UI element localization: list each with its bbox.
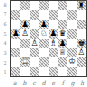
square-e8[interactable]	[49, 1, 58, 10]
file-labels: abcdefgh	[10, 77, 87, 87]
square-g5[interactable]	[67, 29, 76, 38]
file-label-c: c	[29, 77, 39, 87]
file-label-g: g	[68, 77, 78, 87]
square-f7[interactable]	[58, 10, 67, 19]
chess-board: ♜♜♟♟♟♟♟♟♟♙♞♘♟♟♛♛♟♙♝♗♟♟♚♚♛♕♟♙♜♖♚♔	[10, 0, 87, 77]
white-king-glyph: ♔	[68, 57, 76, 66]
square-b5[interactable]: ♟♙	[20, 29, 29, 38]
square-d2[interactable]	[39, 57, 48, 66]
piece-white-bishop[interactable]: ♝♗	[49, 39, 58, 48]
black-rook-glyph: ♜	[77, 1, 85, 10]
piece-white-king[interactable]: ♚♔	[67, 57, 76, 66]
square-f2[interactable]	[58, 57, 67, 66]
white-knight-glyph: ♘	[40, 29, 48, 38]
white-pawn-glyph: ♙	[30, 39, 38, 48]
square-b4[interactable]	[20, 39, 29, 48]
black-queen-glyph: ♛	[59, 29, 67, 38]
square-d4[interactable]	[39, 39, 48, 48]
square-f8[interactable]	[58, 1, 67, 10]
square-f1[interactable]	[58, 67, 67, 76]
file-label-b: b	[20, 77, 30, 87]
piece-black-pawn[interactable]: ♟♟	[11, 29, 20, 38]
file-label-f: f	[58, 77, 68, 87]
file-label-a: a	[10, 77, 20, 87]
board-with-rank-labels: 87654321 ♜♜♟♟♟♟♟♟♟♙♞♘♟♟♛♛♟♙♝♗♟♟♚♚♛♕♟♙♜♖♚…	[0, 0, 87, 77]
piece-white-pawn[interactable]: ♟♙	[30, 39, 39, 48]
square-g6[interactable]	[67, 20, 76, 29]
rank-label-2: 2	[0, 58, 10, 68]
square-g4[interactable]	[67, 39, 76, 48]
chess-diagram: 87654321 ♜♜♟♟♟♟♟♟♟♙♞♘♟♟♛♛♟♙♝♗♟♟♚♚♛♕♟♙♜♖♚…	[0, 0, 87, 87]
file-label-h: h	[77, 77, 87, 87]
square-h6[interactable]	[77, 20, 86, 29]
rank-label-5: 5	[0, 29, 10, 39]
square-d8[interactable]	[39, 1, 48, 10]
square-a3[interactable]	[11, 48, 20, 57]
black-pawn-glyph: ♟	[49, 29, 57, 38]
square-c7[interactable]	[30, 10, 39, 19]
rank-label-8: 8	[0, 0, 10, 10]
square-d5[interactable]: ♞♘	[39, 29, 48, 38]
square-b1[interactable]	[20, 67, 29, 76]
piece-white-rook[interactable]: ♜♖	[20, 57, 29, 66]
square-g7[interactable]	[67, 10, 76, 19]
white-bishop-glyph: ♗	[49, 39, 57, 48]
square-e2[interactable]	[49, 57, 58, 66]
rank-label-6: 6	[0, 19, 10, 29]
square-e4[interactable]: ♝♗	[49, 39, 58, 48]
square-c8[interactable]	[30, 1, 39, 10]
white-pawn-glyph: ♙	[77, 48, 85, 57]
white-queen-glyph: ♕	[59, 48, 67, 57]
square-c4[interactable]: ♟♙	[30, 39, 39, 48]
rank-label-1: 1	[0, 67, 10, 77]
rank-label-4: 4	[0, 39, 10, 49]
white-rook-glyph: ♖	[21, 57, 29, 66]
square-d3[interactable]	[39, 48, 48, 57]
square-a2[interactable]	[11, 57, 20, 66]
square-a7[interactable]	[11, 10, 20, 19]
square-e3[interactable]	[49, 48, 58, 57]
square-d1[interactable]	[39, 67, 48, 76]
rank-labels: 87654321	[0, 0, 10, 77]
square-e1[interactable]	[49, 67, 58, 76]
black-pawn-glyph: ♟	[12, 29, 20, 38]
file-label-e: e	[49, 77, 59, 87]
rank-label-7: 7	[0, 10, 10, 20]
square-a5[interactable]: ♟♟	[11, 29, 20, 38]
square-c6[interactable]	[30, 20, 39, 29]
square-h2[interactable]	[77, 57, 86, 66]
square-c1[interactable]	[30, 67, 39, 76]
square-h7[interactable]	[77, 10, 86, 19]
square-f3[interactable]: ♛♕	[58, 48, 67, 57]
piece-white-pawn[interactable]: ♟♙	[20, 29, 29, 38]
square-a4[interactable]	[11, 39, 20, 48]
square-g8[interactable]	[67, 1, 76, 10]
square-e7[interactable]	[49, 10, 58, 19]
piece-white-queen[interactable]: ♛♕	[58, 48, 67, 57]
square-b8[interactable]	[20, 1, 29, 10]
square-h8[interactable]: ♜♜	[77, 1, 86, 10]
square-a8[interactable]	[11, 1, 20, 10]
piece-white-knight[interactable]: ♞♘	[39, 29, 48, 38]
square-c2[interactable]	[30, 57, 39, 66]
square-b2[interactable]: ♜♖	[20, 57, 29, 66]
square-c3[interactable]	[30, 48, 39, 57]
rank-label-3: 3	[0, 48, 10, 58]
piece-white-pawn[interactable]: ♟♙	[77, 48, 86, 57]
square-a1[interactable]	[11, 67, 20, 76]
square-h1[interactable]	[77, 67, 86, 76]
white-pawn-glyph: ♙	[21, 29, 29, 38]
square-g2[interactable]: ♚♔	[67, 57, 76, 66]
file-label-d: d	[39, 77, 49, 87]
square-h3[interactable]: ♟♙	[77, 48, 86, 57]
piece-black-rook[interactable]: ♜♜	[77, 1, 86, 10]
square-g1[interactable]	[67, 67, 76, 76]
